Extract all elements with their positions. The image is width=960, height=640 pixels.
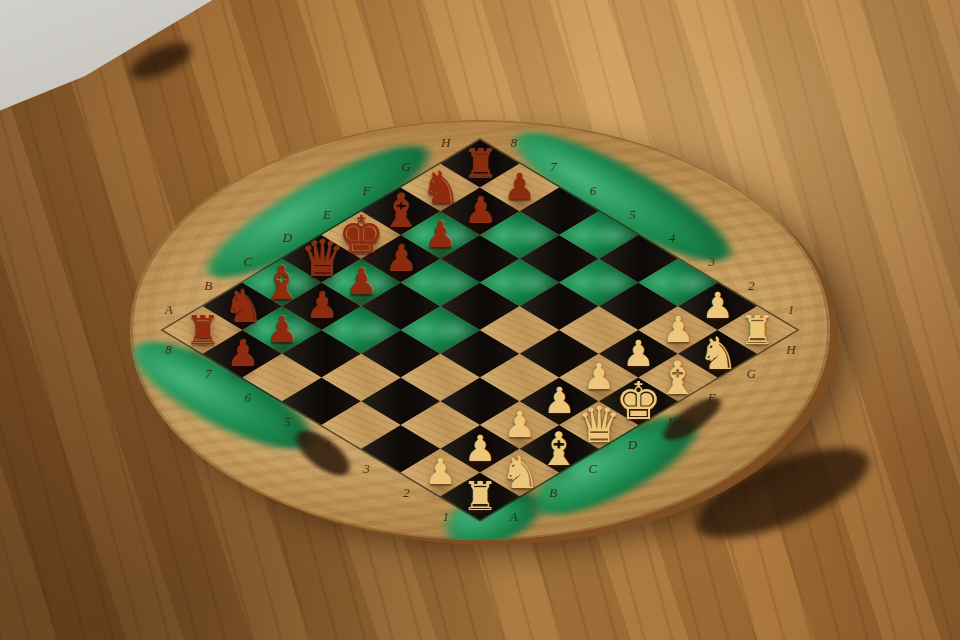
file-label-top: H: [441, 135, 451, 151]
file-label-top: A: [165, 302, 173, 318]
board-wrap: 88AA77BB66CC55DD44EE33FF22GG11HH ♜♞♝♛♚♝♞…: [0, 33, 960, 627]
rank-label-right: 1: [788, 302, 795, 318]
scene: 88AA77BB66CC55DD44EE33FF22GG11HH ♜♞♝♛♚♝♞…: [0, 0, 960, 640]
file-label-top: B: [204, 278, 212, 294]
rank-label-left: 3: [363, 461, 370, 477]
chess-board: 88AA77BB66CC55DD44EE33FF22GG11HH ♜♞♝♛♚♝♞…: [0, 33, 960, 627]
rank-label-right: 2: [748, 278, 755, 294]
file-label-bottom: G: [747, 366, 757, 382]
rank-label-left: 2: [403, 485, 410, 501]
piece-layer: ♜♞♝♛♚♝♞♜♟♟♟♟♟♟♟♟♟♟♟♟♟♟♟♟♜♞♝♛♚♝♞♜: [163, 140, 797, 520]
wall-corner: [0, 0, 250, 115]
file-label-bottom: H: [786, 342, 796, 358]
